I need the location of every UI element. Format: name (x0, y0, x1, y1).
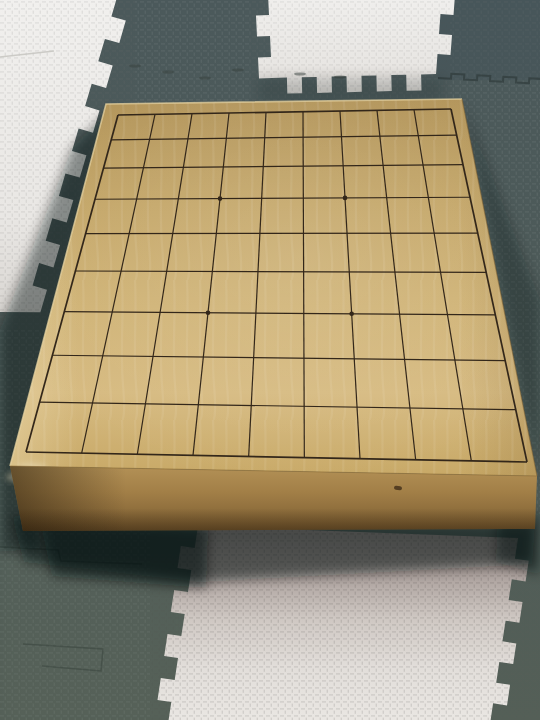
hoshi-point (218, 196, 223, 201)
board-front-face (10, 466, 537, 531)
photo-scene (0, 0, 540, 720)
photo-svg (0, 0, 540, 720)
hoshi-point (343, 196, 348, 201)
hoshi-point (206, 310, 211, 315)
hoshi-point (349, 312, 354, 317)
